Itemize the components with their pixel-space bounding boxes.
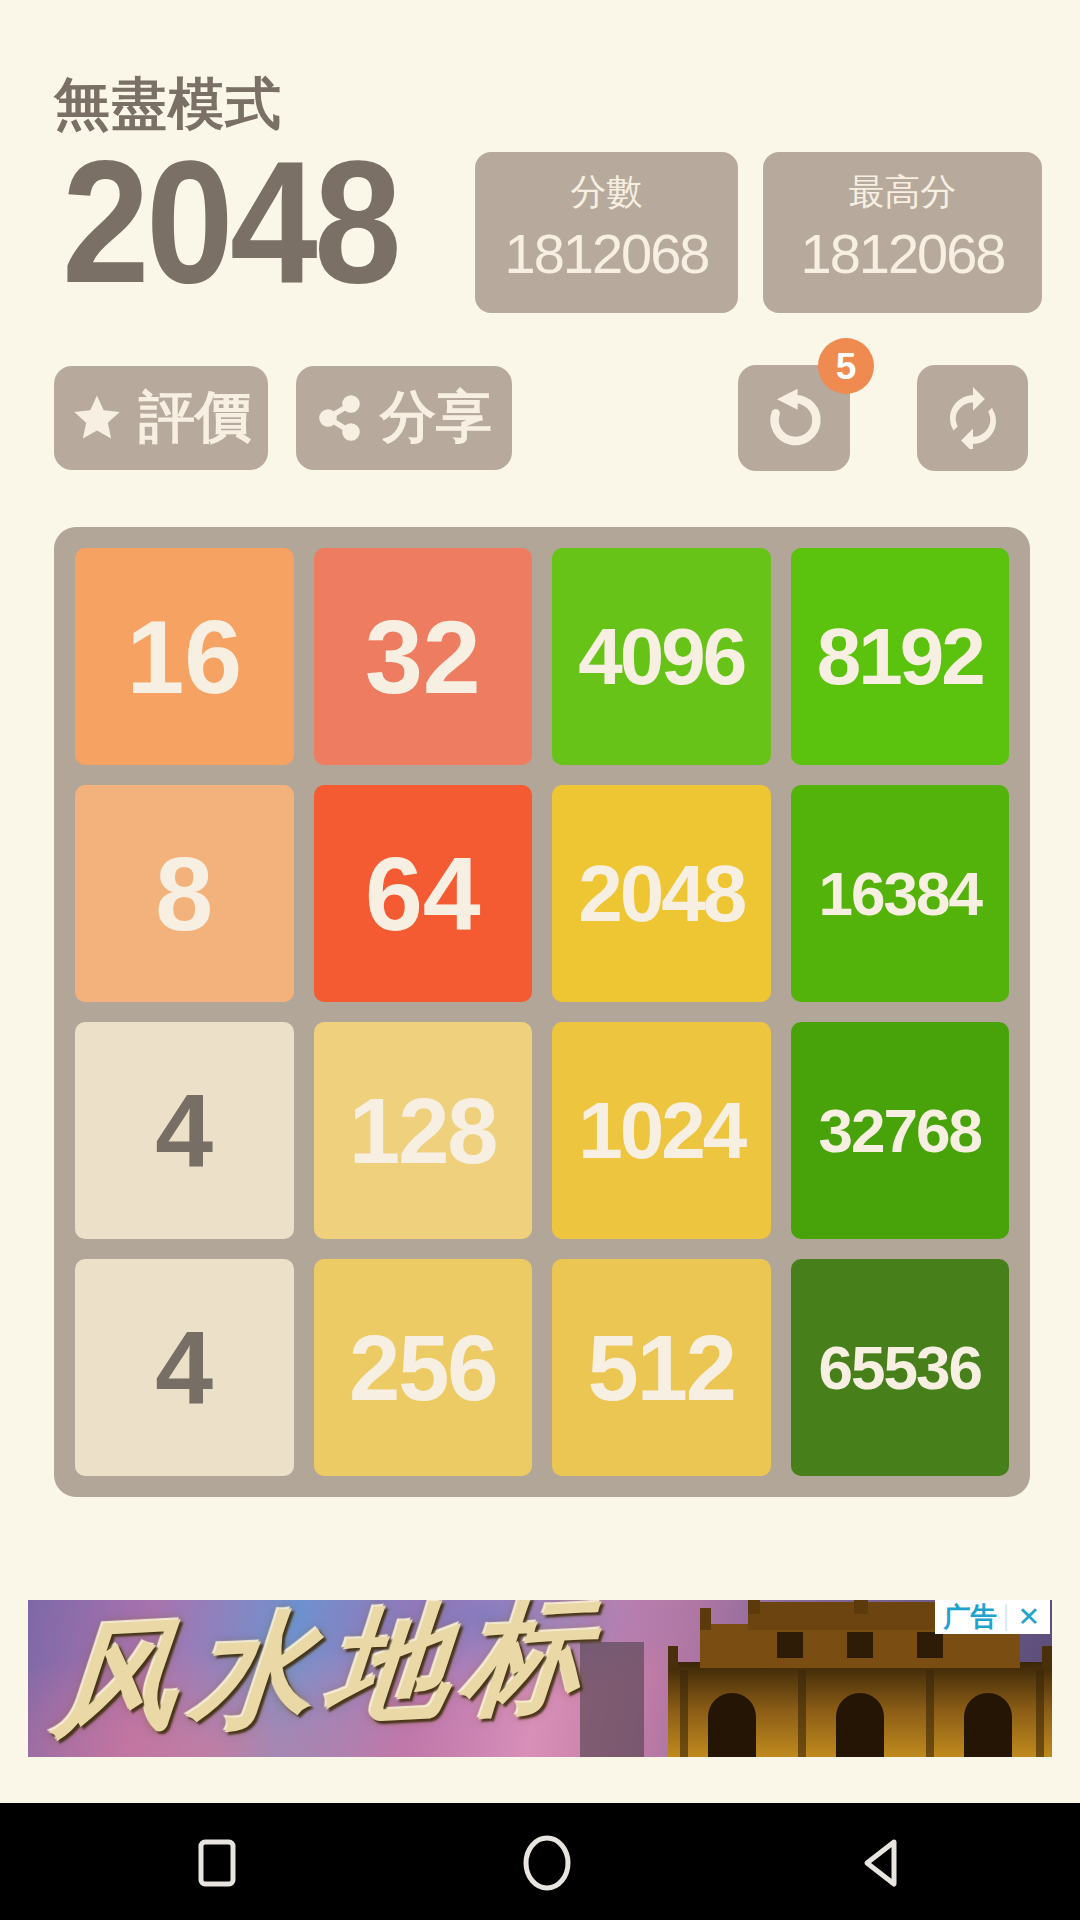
- ad-badge: 广告 ✕: [935, 1600, 1050, 1634]
- star-icon: [71, 392, 123, 444]
- share-button[interactable]: 分享: [296, 366, 512, 470]
- tile-16384: 16384: [791, 785, 1010, 1002]
- ad-title-text: 风水地标: [49, 1600, 606, 1757]
- best-score-label: 最高分: [849, 174, 957, 210]
- tile-256: 256: [314, 1259, 533, 1476]
- refresh-button[interactable]: [917, 365, 1028, 471]
- tile-1024: 1024: [552, 1022, 771, 1239]
- tile-512: 512: [552, 1259, 771, 1476]
- undo-icon: [763, 387, 825, 449]
- android-navbar: [0, 1803, 1080, 1920]
- best-score-value: 1812068: [800, 226, 1004, 282]
- share-icon: [316, 394, 364, 442]
- score-label: 分數: [571, 174, 643, 210]
- tile-2048: 2048: [552, 785, 771, 1002]
- tile-128: 128: [314, 1022, 533, 1239]
- tile-4096: 4096: [552, 548, 771, 765]
- tile-64: 64: [314, 785, 533, 1002]
- tile-16: 16: [75, 548, 294, 765]
- tile-32: 32: [314, 548, 533, 765]
- ad-label: 广告: [935, 1604, 1005, 1631]
- tile-8192: 8192: [791, 548, 1010, 765]
- tile-4: 4: [75, 1022, 294, 1239]
- board[interactable]: 1632409681928642048163844128102432768425…: [54, 527, 1030, 1497]
- tile-65536: 65536: [791, 1259, 1010, 1476]
- game-title: 2048: [62, 134, 398, 309]
- home-circle-icon[interactable]: [521, 1834, 573, 1896]
- undo-count-badge: 5: [818, 338, 874, 394]
- rate-button[interactable]: 評價: [54, 366, 268, 470]
- tile-32768: 32768: [791, 1022, 1010, 1239]
- ad-close-icon[interactable]: ✕: [1005, 1604, 1050, 1631]
- score-box: 分數 1812068: [475, 152, 738, 313]
- tile-8: 8: [75, 785, 294, 1002]
- refresh-icon: [942, 387, 1004, 449]
- best-score-box: 最高分 1812068: [763, 152, 1042, 313]
- tile-4: 4: [75, 1259, 294, 1476]
- recents-square-icon[interactable]: [197, 1838, 237, 1892]
- rate-button-label: 評價: [139, 380, 251, 456]
- back-triangle-icon[interactable]: [858, 1837, 902, 1893]
- score-value: 1812068: [504, 226, 708, 282]
- ad-banner[interactable]: 风水地标 广告 ✕: [28, 1600, 1052, 1757]
- share-button-label: 分享: [380, 380, 492, 456]
